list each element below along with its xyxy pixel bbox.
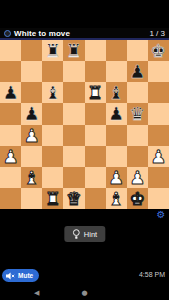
square-e5[interactable] <box>85 103 106 124</box>
square-h6[interactable] <box>148 82 169 103</box>
piece-black-queen: ♛ <box>129 103 145 124</box>
square-a1[interactable] <box>0 188 21 209</box>
square-f5[interactable]: ♟ <box>106 103 127 124</box>
square-h3[interactable]: ♟ <box>148 146 169 167</box>
square-f2[interactable]: ♟ <box>106 167 127 188</box>
square-g7[interactable]: ♟ <box>127 61 148 82</box>
square-a7[interactable] <box>0 61 21 82</box>
square-b3[interactable] <box>21 146 42 167</box>
piece-white-pawn: ♟ <box>129 167 145 188</box>
square-d5[interactable] <box>63 103 84 124</box>
square-c5[interactable] <box>42 103 63 124</box>
piece-white-pawn: ♟ <box>2 146 18 167</box>
square-c6[interactable]: ♝ <box>42 82 63 103</box>
square-e7[interactable] <box>85 61 106 82</box>
square-g1[interactable]: ♚ <box>127 188 148 209</box>
lightbulb-icon <box>72 229 80 240</box>
square-c4[interactable] <box>42 125 63 146</box>
square-f4[interactable] <box>106 125 127 146</box>
move-status-text: White to move <box>14 29 70 38</box>
mute-label: Mute <box>18 272 33 279</box>
piece-black-pawn: ♟ <box>129 61 145 82</box>
square-h8[interactable]: ♚ <box>148 40 169 61</box>
square-d3[interactable] <box>63 146 84 167</box>
square-g3[interactable] <box>127 146 148 167</box>
hint-button[interactable]: Hint <box>64 226 105 242</box>
hint-label: Hint <box>84 230 97 239</box>
piece-black-pawn: ♟ <box>2 82 18 103</box>
square-c8[interactable]: ♜ <box>42 40 63 61</box>
square-e3[interactable] <box>85 146 106 167</box>
square-d6[interactable] <box>63 82 84 103</box>
square-e6[interactable]: ♜ <box>85 82 106 103</box>
square-f3[interactable] <box>106 146 127 167</box>
square-g6[interactable] <box>127 82 148 103</box>
square-g5[interactable]: ♛ <box>127 103 148 124</box>
turn-indicator-icon <box>4 30 11 37</box>
move-status-bar: White to move 1 / 3 <box>0 28 169 38</box>
piece-white-rook: ♜ <box>45 188 61 209</box>
square-c2[interactable] <box>42 167 63 188</box>
square-f6[interactable]: ♝ <box>106 82 127 103</box>
square-e4[interactable] <box>85 125 106 146</box>
square-g4[interactable] <box>127 125 148 146</box>
square-h4[interactable] <box>148 125 169 146</box>
clock-time: 4:58 PM <box>139 271 165 278</box>
square-e1[interactable] <box>85 188 106 209</box>
square-b5[interactable]: ♟ <box>21 103 42 124</box>
square-h5[interactable] <box>148 103 169 124</box>
square-a2[interactable] <box>0 167 21 188</box>
square-f8[interactable] <box>106 40 127 61</box>
piece-white-pawn: ♟ <box>108 167 124 188</box>
square-e8[interactable] <box>85 40 106 61</box>
piece-black-rook: ♜ <box>45 40 61 61</box>
piece-black-bishop: ♝ <box>108 82 124 103</box>
square-c7[interactable] <box>42 61 63 82</box>
mute-button[interactable]: Mute <box>2 269 39 282</box>
square-h7[interactable] <box>148 61 169 82</box>
square-a5[interactable] <box>0 103 21 124</box>
square-b1[interactable] <box>21 188 42 209</box>
app-screen: White to move 1 / 3 ♜♜♚♟♟♝♜♝♟♟♛♟♟♟♝♟♟♜♛♝… <box>0 0 169 300</box>
square-b7[interactable] <box>21 61 42 82</box>
square-d1[interactable]: ♛ <box>63 188 84 209</box>
square-b2[interactable]: ♝ <box>21 167 42 188</box>
speaker-muted-icon <box>6 272 15 280</box>
piece-white-pawn: ♟ <box>150 146 166 167</box>
square-c1[interactable]: ♜ <box>42 188 63 209</box>
square-d2[interactable] <box>63 167 84 188</box>
piece-white-rook: ♜ <box>87 82 103 103</box>
square-d8[interactable]: ♜ <box>63 40 84 61</box>
square-e2[interactable] <box>85 167 106 188</box>
square-a8[interactable] <box>0 40 21 61</box>
piece-white-pawn: ♟ <box>24 125 40 146</box>
square-g8[interactable] <box>127 40 148 61</box>
piece-white-queen: ♛ <box>66 188 82 209</box>
square-a4[interactable] <box>0 125 21 146</box>
puzzle-counter: 1 / 3 <box>149 29 165 38</box>
square-f1[interactable]: ♝ <box>106 188 127 209</box>
settings-gear-icon[interactable]: ⚙ <box>155 209 167 221</box>
square-h1[interactable] <box>148 188 169 209</box>
piece-black-king: ♚ <box>150 40 166 61</box>
piece-white-bishop: ♝ <box>108 188 124 209</box>
chess-board: ♜♜♚♟♟♝♜♝♟♟♛♟♟♟♝♟♟♜♛♝♚ <box>0 40 169 209</box>
piece-black-rook: ♜ <box>66 40 82 61</box>
square-b8[interactable] <box>21 40 42 61</box>
piece-black-bishop: ♝ <box>45 82 61 103</box>
square-a6[interactable]: ♟ <box>0 82 21 103</box>
square-b4[interactable]: ♟ <box>21 125 42 146</box>
piece-black-pawn: ♟ <box>24 103 40 124</box>
square-g2[interactable]: ♟ <box>127 167 148 188</box>
nav-back-icon[interactable]: ◀ <box>34 288 39 298</box>
nav-home-icon[interactable]: ● <box>81 288 87 298</box>
piece-white-bishop: ♝ <box>24 167 40 188</box>
android-nav-bar: ◀ ● <box>0 287 169 299</box>
square-h2[interactable] <box>148 167 169 188</box>
square-d4[interactable] <box>63 125 84 146</box>
square-b6[interactable] <box>21 82 42 103</box>
square-f7[interactable] <box>106 61 127 82</box>
square-d7[interactable] <box>63 61 84 82</box>
square-c3[interactable] <box>42 146 63 167</box>
square-a3[interactable]: ♟ <box>0 146 21 167</box>
piece-black-pawn: ♟ <box>108 103 124 124</box>
piece-white-king: ♚ <box>129 188 145 209</box>
